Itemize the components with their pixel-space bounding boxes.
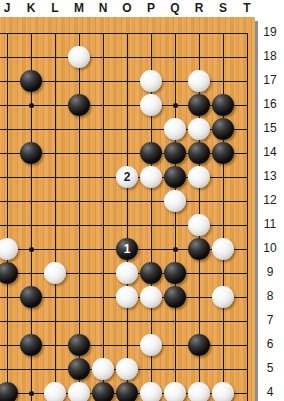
white-stone-R17[interactable] — [188, 70, 210, 92]
column-label-O: O — [122, 1, 131, 16]
white-stone-R15[interactable] — [188, 118, 210, 140]
board-shadow — [255, 21, 258, 401]
star-point-K10 — [29, 247, 34, 252]
row-label-15: 15 — [259, 121, 281, 135]
row-label-17: 17 — [259, 73, 281, 87]
black-stone-J4[interactable] — [0, 382, 18, 401]
grid-vline-N — [103, 33, 104, 401]
grid-hline-7 — [0, 321, 248, 322]
white-stone-Q12[interactable] — [164, 190, 186, 212]
star-point-Q16 — [173, 103, 178, 108]
grid-vline-L — [55, 33, 56, 401]
column-label-T: T — [243, 1, 250, 16]
row-label-8: 8 — [259, 289, 281, 303]
star-point-Q10 — [173, 247, 178, 252]
black-stone-Q8[interactable] — [164, 286, 186, 308]
white-stone-L4[interactable] — [44, 382, 66, 401]
black-stone-Q9[interactable] — [164, 262, 186, 284]
column-label-S: S — [219, 1, 227, 16]
black-stone-R14[interactable] — [188, 142, 210, 164]
row-label-12: 12 — [259, 193, 281, 207]
grid-hline-19 — [0, 33, 248, 34]
white-stone-J10[interactable] — [0, 238, 18, 260]
white-stone-R11[interactable] — [188, 214, 210, 236]
white-stone-O9[interactable] — [116, 262, 138, 284]
white-stone-L9[interactable] — [44, 262, 66, 284]
black-stone-P14[interactable] — [140, 142, 162, 164]
black-stone-N4[interactable] — [92, 382, 114, 401]
grid-vline-S — [223, 33, 224, 401]
white-stone-P4[interactable] — [140, 382, 162, 401]
white-stone-P16[interactable] — [140, 94, 162, 116]
black-stone-S15[interactable] — [212, 118, 234, 140]
white-stone-P17[interactable] — [140, 70, 162, 92]
grid-vline-T — [247, 33, 248, 401]
white-stone-S10[interactable] — [212, 238, 234, 260]
row-label-16: 16 — [259, 97, 281, 111]
white-stone-M4[interactable] — [68, 382, 90, 401]
grid-hline-18 — [0, 57, 248, 58]
white-stone-R4[interactable] — [188, 382, 210, 401]
column-label-L: L — [51, 1, 58, 16]
white-stone-S4[interactable] — [212, 382, 234, 401]
grid-vline-J — [7, 33, 8, 401]
grid-hline-12 — [0, 201, 248, 202]
white-stone-R13[interactable] — [188, 166, 210, 188]
black-stone-K6[interactable] — [20, 334, 42, 356]
row-label-11: 11 — [259, 217, 281, 231]
column-label-Q: Q — [170, 1, 179, 16]
black-stone-O4[interactable] — [116, 382, 138, 401]
white-stone-P13[interactable] — [140, 166, 162, 188]
white-stone-P8[interactable] — [140, 286, 162, 308]
go-diagram: JKLMNOPQRST 12 1918171615141312111098765… — [0, 0, 284, 401]
black-stone-Q14[interactable] — [164, 142, 186, 164]
row-label-6: 6 — [259, 337, 281, 351]
go-board[interactable]: 12 — [0, 17, 255, 401]
row-label-7: 7 — [259, 313, 281, 327]
black-stone-K14[interactable] — [20, 142, 42, 164]
row-label-14: 14 — [259, 145, 281, 159]
grid-hline-11 — [0, 225, 248, 226]
white-stone-Q4[interactable] — [164, 382, 186, 401]
row-label-4: 4 — [259, 385, 281, 399]
column-label-P: P — [147, 1, 155, 16]
row-label-10: 10 — [259, 241, 281, 255]
black-stone-R6[interactable] — [188, 334, 210, 356]
column-label-R: R — [195, 1, 204, 16]
row-label-19: 19 — [259, 25, 281, 39]
black-stone-R16[interactable] — [188, 94, 210, 116]
column-label-K: K — [27, 1, 36, 16]
white-stone-O8[interactable] — [116, 286, 138, 308]
white-stone-M18[interactable] — [68, 46, 90, 68]
column-label-M: M — [74, 1, 84, 16]
white-stone-P6[interactable] — [140, 334, 162, 356]
grid-hline-15 — [0, 129, 248, 130]
row-label-13: 13 — [259, 169, 281, 183]
black-stone-S14[interactable] — [212, 142, 234, 164]
black-stone-P9[interactable] — [140, 262, 162, 284]
row-label-9: 9 — [259, 265, 281, 279]
grid-hline-16 — [0, 105, 248, 106]
star-point-K16 — [29, 103, 34, 108]
black-stone-K8[interactable] — [20, 286, 42, 308]
column-label-J: J — [4, 1, 11, 16]
star-point-K4 — [29, 391, 34, 396]
black-stone-S16[interactable] — [212, 94, 234, 116]
grid-vline-O — [127, 33, 128, 401]
black-stone-M16[interactable] — [68, 94, 90, 116]
white-stone-O5[interactable] — [116, 358, 138, 380]
black-stone-J9[interactable] — [0, 262, 18, 284]
black-stone-O10-move-1[interactable]: 1 — [116, 238, 138, 260]
black-stone-K17[interactable] — [20, 70, 42, 92]
white-stone-O13-move-2[interactable]: 2 — [116, 166, 138, 188]
black-stone-R10[interactable] — [188, 238, 210, 260]
white-stone-Q15[interactable] — [164, 118, 186, 140]
row-label-18: 18 — [259, 49, 281, 63]
black-stone-M6[interactable] — [68, 334, 90, 356]
white-stone-N5[interactable] — [92, 358, 114, 380]
row-label-5: 5 — [259, 361, 281, 375]
column-label-N: N — [99, 1, 108, 16]
white-stone-S8[interactable] — [212, 286, 234, 308]
black-stone-Q13[interactable] — [164, 166, 186, 188]
black-stone-M5[interactable] — [68, 358, 90, 380]
grid-vline-Q — [175, 33, 176, 401]
